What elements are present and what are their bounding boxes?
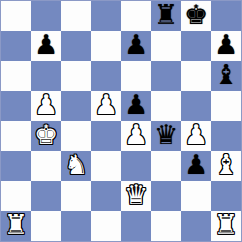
square-h2[interactable] <box>211 181 241 211</box>
square-e5[interactable]: ♟ <box>121 91 151 121</box>
square-d3[interactable] <box>91 151 121 181</box>
square-b4[interactable]: ♚ <box>31 121 61 151</box>
square-b2[interactable] <box>31 181 61 211</box>
square-h5[interactable] <box>211 91 241 121</box>
square-f2[interactable] <box>151 181 181 211</box>
square-h7[interactable]: ♟ <box>211 31 241 61</box>
square-d7[interactable] <box>91 31 121 61</box>
piece-black-pawn-h7[interactable]: ♟ <box>214 30 238 60</box>
square-e7[interactable]: ♟ <box>121 31 151 61</box>
square-b7[interactable]: ♟ <box>31 31 61 61</box>
square-e4[interactable]: ♟ <box>121 121 151 151</box>
square-g5[interactable] <box>181 91 211 121</box>
piece-white-pawn-b5[interactable]: ♟ <box>34 90 58 120</box>
square-g1[interactable] <box>181 211 211 241</box>
square-g4[interactable]: ♟ <box>181 121 211 151</box>
square-f5[interactable] <box>151 91 181 121</box>
square-e1[interactable] <box>121 211 151 241</box>
square-e2[interactable]: ♛ <box>121 181 151 211</box>
square-h1[interactable]: ♜ <box>211 211 241 241</box>
piece-black-queen-f4[interactable]: ♛ <box>154 120 178 150</box>
square-c2[interactable] <box>61 181 91 211</box>
square-g7[interactable] <box>181 31 211 61</box>
square-h4[interactable] <box>211 121 241 151</box>
square-a6[interactable] <box>1 61 31 91</box>
square-f4[interactable]: ♛ <box>151 121 181 151</box>
square-f1[interactable] <box>151 211 181 241</box>
piece-white-pawn-d5[interactable]: ♟ <box>94 90 118 120</box>
square-a4[interactable] <box>1 121 31 151</box>
square-h3[interactable]: ♝ <box>211 151 241 181</box>
square-d6[interactable] <box>91 61 121 91</box>
square-c6[interactable] <box>61 61 91 91</box>
square-f6[interactable] <box>151 61 181 91</box>
square-f7[interactable] <box>151 31 181 61</box>
square-d4[interactable] <box>91 121 121 151</box>
piece-black-king-g8[interactable]: ♚ <box>184 0 208 30</box>
square-g2[interactable] <box>181 181 211 211</box>
square-h8[interactable] <box>211 1 241 31</box>
square-g6[interactable] <box>181 61 211 91</box>
square-a1[interactable]: ♜ <box>1 211 31 241</box>
square-d1[interactable] <box>91 211 121 241</box>
piece-white-rook-a1[interactable]: ♜ <box>4 210 28 240</box>
square-d2[interactable] <box>91 181 121 211</box>
square-c1[interactable] <box>61 211 91 241</box>
square-a5[interactable] <box>1 91 31 121</box>
piece-white-rook-h1[interactable]: ♜ <box>214 210 238 240</box>
square-d8[interactable] <box>91 1 121 31</box>
square-a3[interactable] <box>1 151 31 181</box>
square-c7[interactable] <box>61 31 91 61</box>
square-b3[interactable] <box>31 151 61 181</box>
piece-white-pawn-e4[interactable]: ♟ <box>124 120 148 150</box>
square-a7[interactable] <box>1 31 31 61</box>
square-e6[interactable] <box>121 61 151 91</box>
piece-black-bishop-h6[interactable]: ♝ <box>214 60 238 90</box>
square-e8[interactable] <box>121 1 151 31</box>
square-c4[interactable] <box>61 121 91 151</box>
square-f3[interactable] <box>151 151 181 181</box>
square-a8[interactable] <box>1 1 31 31</box>
square-d5[interactable]: ♟ <box>91 91 121 121</box>
square-g3[interactable]: ♟ <box>181 151 211 181</box>
piece-white-bishop-h3[interactable]: ♝ <box>214 150 238 180</box>
piece-black-pawn-g3[interactable]: ♟ <box>184 150 208 180</box>
piece-white-king-b4[interactable]: ♚ <box>34 120 58 150</box>
piece-white-knight-c3[interactable]: ♞ <box>64 150 88 180</box>
square-c5[interactable] <box>61 91 91 121</box>
square-b5[interactable]: ♟ <box>31 91 61 121</box>
square-h6[interactable]: ♝ <box>211 61 241 91</box>
piece-black-rook-f8[interactable]: ♜ <box>154 0 178 30</box>
square-g8[interactable]: ♚ <box>181 1 211 31</box>
square-b8[interactable] <box>31 1 61 31</box>
piece-black-pawn-e7[interactable]: ♟ <box>124 30 148 60</box>
square-c8[interactable] <box>61 1 91 31</box>
square-a2[interactable] <box>1 181 31 211</box>
piece-black-pawn-b7[interactable]: ♟ <box>34 30 58 60</box>
square-b1[interactable] <box>31 211 61 241</box>
piece-white-pawn-g4[interactable]: ♟ <box>184 120 208 150</box>
piece-black-pawn-e5[interactable]: ♟ <box>124 90 148 120</box>
chess-board-wrap: ♜♚♟♟♟♝♟♟♟♚♟♛♟♞♟♝♛♜♜ <box>0 0 242 242</box>
piece-white-queen-e2[interactable]: ♛ <box>124 180 148 210</box>
chess-board: ♜♚♟♟♟♝♟♟♟♚♟♛♟♞♟♝♛♜♜ <box>0 0 242 242</box>
square-e3[interactable] <box>121 151 151 181</box>
square-b6[interactable] <box>31 61 61 91</box>
square-f8[interactable]: ♜ <box>151 1 181 31</box>
square-c3[interactable]: ♞ <box>61 151 91 181</box>
